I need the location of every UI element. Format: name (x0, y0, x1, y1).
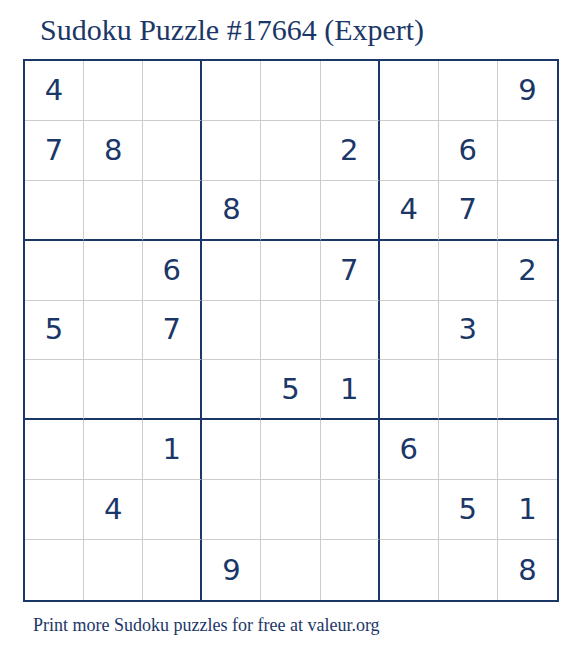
sudoku-cell[interactable] (498, 121, 557, 181)
sudoku-cell[interactable] (321, 301, 380, 361)
sudoku-cell[interactable] (321, 61, 380, 121)
sudoku-cell[interactable]: 6 (439, 121, 498, 181)
given-digit: 3 (459, 315, 477, 344)
sudoku-cell[interactable] (25, 360, 84, 420)
sudoku-cell[interactable] (261, 181, 320, 241)
sudoku-cell[interactable]: 7 (25, 121, 84, 181)
sudoku-cell[interactable] (143, 480, 202, 540)
sudoku-cell[interactable]: 5 (439, 480, 498, 540)
given-digit: 8 (222, 195, 240, 224)
sudoku-cell[interactable] (202, 241, 261, 301)
sudoku-cell[interactable] (380, 301, 439, 361)
sudoku-cell[interactable] (261, 61, 320, 121)
sudoku-cell[interactable]: 2 (498, 241, 557, 301)
sudoku-cell[interactable]: 9 (202, 540, 261, 600)
sudoku-cell[interactable] (439, 241, 498, 301)
sudoku-cell[interactable] (380, 360, 439, 420)
sudoku-cell[interactable]: 7 (143, 301, 202, 361)
sudoku-cell[interactable]: 5 (25, 301, 84, 361)
page-title: Sudoku Puzzle #17664 (Expert) (40, 13, 424, 47)
sudoku-cell[interactable]: 9 (498, 61, 557, 121)
sudoku-cell[interactable] (439, 540, 498, 600)
sudoku-cell[interactable] (261, 121, 320, 181)
sudoku-cell[interactable]: 5 (261, 360, 320, 420)
sudoku-cell[interactable] (321, 540, 380, 600)
sudoku-cell[interactable] (84, 540, 143, 600)
sudoku-cell[interactable] (143, 181, 202, 241)
sudoku-cell[interactable] (25, 420, 84, 480)
sudoku-cell[interactable] (321, 420, 380, 480)
given-digit: 1 (518, 495, 536, 524)
sudoku-cell[interactable] (439, 420, 498, 480)
sudoku-cell[interactable] (498, 420, 557, 480)
given-digit: 4 (399, 195, 417, 224)
sudoku-cell[interactable] (84, 61, 143, 121)
sudoku-cell[interactable] (202, 420, 261, 480)
sudoku-cell[interactable]: 8 (202, 181, 261, 241)
sudoku-cell[interactable] (202, 121, 261, 181)
given-digit: 9 (518, 76, 536, 105)
sudoku-cell[interactable] (261, 241, 320, 301)
sudoku-cell[interactable]: 4 (380, 181, 439, 241)
footer-text: Print more Sudoku puzzles for free at va… (33, 615, 380, 636)
sudoku-cell[interactable] (439, 360, 498, 420)
sudoku-cell[interactable] (84, 420, 143, 480)
sudoku-cell[interactable]: 4 (84, 480, 143, 540)
given-digit: 7 (340, 256, 358, 285)
given-digit: 1 (163, 435, 181, 464)
sudoku-cell[interactable] (202, 301, 261, 361)
sudoku-cell[interactable] (202, 360, 261, 420)
sudoku-cell[interactable] (380, 480, 439, 540)
sudoku-cell[interactable] (498, 360, 557, 420)
sudoku-cell[interactable] (143, 61, 202, 121)
sudoku-cell[interactable] (25, 480, 84, 540)
sudoku-cell[interactable] (84, 181, 143, 241)
sudoku-cell[interactable] (261, 540, 320, 600)
sudoku-cell[interactable] (143, 540, 202, 600)
sudoku-cell[interactable] (261, 301, 320, 361)
given-digit: 5 (281, 375, 299, 404)
sudoku-cell[interactable] (84, 301, 143, 361)
sudoku-cell[interactable]: 1 (321, 360, 380, 420)
given-digit: 2 (340, 136, 358, 165)
sudoku-cell[interactable]: 7 (439, 181, 498, 241)
sudoku-cell[interactable]: 1 (498, 480, 557, 540)
sudoku-cell[interactable] (380, 121, 439, 181)
sudoku-cell[interactable] (84, 360, 143, 420)
given-digit: 9 (222, 556, 240, 585)
sudoku-cell[interactable]: 4 (25, 61, 84, 121)
given-digit: 4 (104, 495, 122, 524)
given-digit: 5 (45, 315, 63, 344)
sudoku-cell[interactable]: 1 (143, 420, 202, 480)
given-digit: 6 (459, 136, 477, 165)
sudoku-cell[interactable] (202, 61, 261, 121)
sudoku-cell[interactable]: 2 (321, 121, 380, 181)
sudoku-cell[interactable] (439, 61, 498, 121)
given-digit: 6 (163, 256, 181, 285)
given-digit: 4 (45, 76, 63, 105)
sudoku-cell[interactable] (380, 540, 439, 600)
given-digit: 2 (518, 256, 536, 285)
given-digit: 8 (104, 136, 122, 165)
sudoku-cell[interactable] (143, 360, 202, 420)
sudoku-cell[interactable]: 8 (84, 121, 143, 181)
given-digit: 6 (399, 435, 417, 464)
given-digit: 1 (340, 375, 358, 404)
sudoku-cell[interactable]: 6 (380, 420, 439, 480)
sudoku-cell[interactable] (202, 480, 261, 540)
sudoku-cell[interactable] (25, 241, 84, 301)
given-digit: 8 (518, 556, 536, 585)
sudoku-cell[interactable]: 3 (439, 301, 498, 361)
given-digit: 5 (459, 495, 477, 524)
sudoku-cell[interactable] (143, 121, 202, 181)
given-digit: 7 (45, 136, 63, 165)
given-digit: 7 (163, 315, 181, 344)
sudoku-cell[interactable]: 7 (321, 241, 380, 301)
sudoku-cell[interactable] (498, 181, 557, 241)
sudoku-cell[interactable] (261, 480, 320, 540)
sudoku-grid: 497826847672573511645198 (23, 59, 559, 602)
sudoku-cell[interactable]: 8 (498, 540, 557, 600)
given-digit: 7 (459, 195, 477, 224)
sudoku-cell[interactable] (84, 241, 143, 301)
sudoku-cell[interactable] (321, 480, 380, 540)
sudoku-cell[interactable] (261, 420, 320, 480)
sudoku-cell[interactable] (25, 181, 84, 241)
sudoku-cell[interactable] (25, 540, 84, 600)
sudoku-cell[interactable] (380, 61, 439, 121)
sudoku-cell[interactable] (380, 241, 439, 301)
sudoku-cell[interactable] (321, 181, 380, 241)
sudoku-cell[interactable] (498, 301, 557, 361)
sudoku-cell[interactable]: 6 (143, 241, 202, 301)
